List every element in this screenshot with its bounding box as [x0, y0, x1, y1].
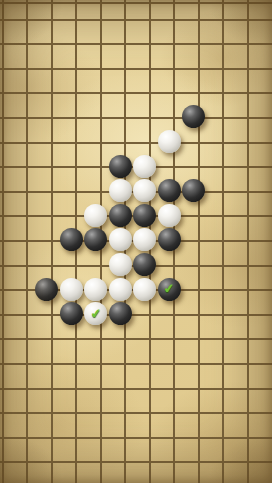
white-stone: [133, 179, 156, 202]
grid-line: [0, 2, 272, 4]
white-stone: [60, 278, 83, 301]
black-stone: [84, 228, 107, 251]
black-stone: [182, 105, 205, 128]
grid-line: [0, 92, 272, 94]
black-stone: [109, 204, 132, 227]
black-stone: [60, 302, 83, 325]
grid-line: [0, 142, 272, 144]
last-move-check-icon: ✔: [163, 282, 175, 296]
grid-line: [0, 19, 272, 21]
white-stone: [133, 155, 156, 178]
gomoku-board[interactable]: ✔✔: [0, 0, 272, 483]
black-stone: [109, 302, 132, 325]
white-stone: [84, 204, 107, 227]
white-stone: [84, 278, 107, 301]
white-stone: [158, 204, 181, 227]
grid-line: [0, 412, 272, 414]
black-stone: [109, 155, 132, 178]
grid-line: [0, 437, 272, 439]
grid-line: [0, 461, 272, 463]
white-stone: [109, 253, 132, 276]
grid-line: [0, 338, 272, 340]
black-stone: ✔: [158, 278, 181, 301]
black-stone: [133, 204, 156, 227]
last-move-check-icon: ✔: [89, 306, 101, 320]
grid-line: [0, 68, 272, 70]
white-stone: ✔: [84, 302, 107, 325]
black-stone: [158, 228, 181, 251]
grid-line: [0, 388, 272, 390]
white-stone: [109, 278, 132, 301]
white-stone: [109, 179, 132, 202]
black-stone: [133, 253, 156, 276]
grid-line: [0, 43, 272, 45]
grid-line: [0, 117, 272, 119]
black-stone: [60, 228, 83, 251]
grid-line: [0, 363, 272, 365]
black-stone: [158, 179, 181, 202]
grid-line: [0, 314, 272, 316]
white-stone: [109, 228, 132, 251]
black-stone: [35, 278, 58, 301]
white-stone: [133, 278, 156, 301]
white-stone: [133, 228, 156, 251]
black-stone: [182, 179, 205, 202]
white-stone: [158, 130, 181, 153]
